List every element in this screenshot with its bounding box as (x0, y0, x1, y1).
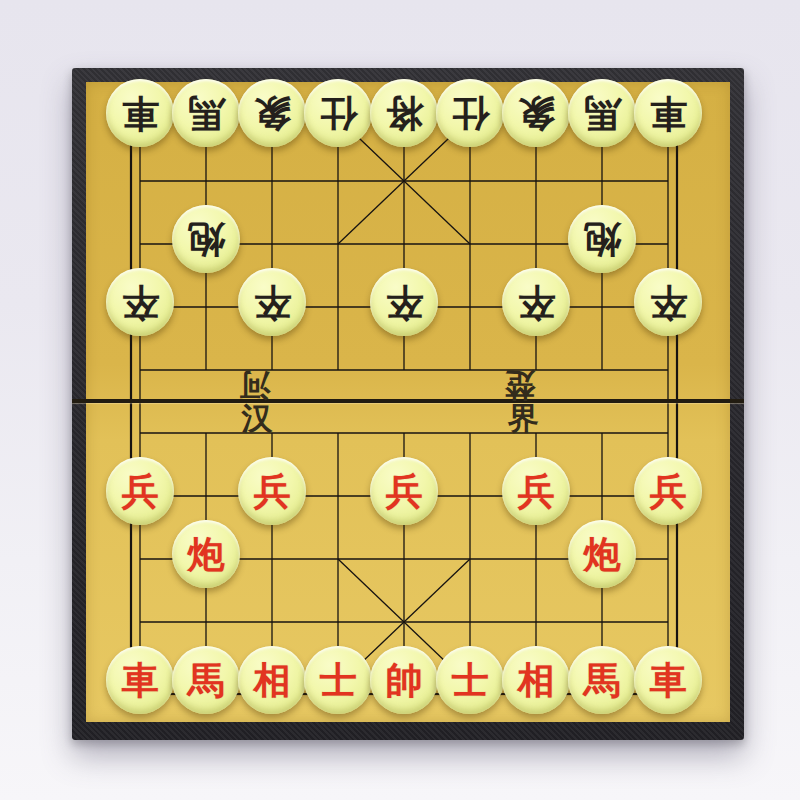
piece-black-cannon-left[interactable]: 炮 (172, 205, 240, 273)
red-advisor-glyph: 士 (452, 662, 489, 699)
piece-red-elephant-right[interactable]: 相 (502, 646, 570, 714)
piece-red-soldier-4[interactable]: 兵 (502, 457, 570, 525)
red-soldier-glyph: 兵 (122, 473, 159, 510)
board-fold-hinge (72, 399, 744, 403)
piece-black-soldier-3[interactable]: 卒 (370, 268, 438, 336)
red-soldier-glyph: 兵 (254, 473, 291, 510)
red-advisor-glyph: 士 (320, 662, 357, 699)
piece-red-horse-left[interactable]: 馬 (172, 646, 240, 714)
black-elephant-glyph: 象 (518, 95, 555, 132)
piece-black-chariot-right[interactable]: 車 (634, 79, 702, 147)
red-general-glyph: 帥 (386, 662, 423, 699)
black-chariot-glyph: 車 (650, 95, 687, 132)
black-chariot-glyph: 車 (122, 95, 159, 132)
red-cannon-glyph: 炮 (584, 536, 621, 573)
red-horse-glyph: 馬 (188, 662, 225, 699)
piece-black-general[interactable]: 将 (370, 79, 438, 147)
red-soldier-glyph: 兵 (518, 473, 555, 510)
red-elephant-glyph: 相 (254, 662, 291, 699)
red-chariot-glyph: 車 (650, 662, 687, 699)
black-soldier-glyph: 卒 (518, 284, 555, 321)
piece-black-advisor-left[interactable]: 仕 (304, 79, 372, 147)
black-general-glyph: 将 (386, 95, 423, 132)
piece-red-chariot-right[interactable]: 車 (634, 646, 702, 714)
black-elephant-glyph: 象 (254, 95, 291, 132)
piece-black-advisor-right[interactable]: 仕 (436, 79, 504, 147)
red-horse-glyph: 馬 (584, 662, 621, 699)
black-horse-glyph: 馬 (188, 95, 225, 132)
piece-red-advisor-right[interactable]: 士 (436, 646, 504, 714)
piece-red-elephant-left[interactable]: 相 (238, 646, 306, 714)
scene: 河 楚 汉 界 車馬象仕将仕象馬車炮炮卒卒卒卒卒兵兵兵兵兵炮炮車馬相士帥士相馬車 (0, 0, 800, 800)
piece-red-cannon-left[interactable]: 炮 (172, 520, 240, 588)
river-label-han: 汉 (237, 399, 277, 439)
piece-black-cannon-right[interactable]: 炮 (568, 205, 636, 273)
piece-red-soldier-5[interactable]: 兵 (634, 457, 702, 525)
piece-black-soldier-4[interactable]: 卒 (502, 268, 570, 336)
piece-red-soldier-1[interactable]: 兵 (106, 457, 174, 525)
piece-red-cannon-right[interactable]: 炮 (568, 520, 636, 588)
black-soldier-glyph: 卒 (650, 284, 687, 321)
red-chariot-glyph: 車 (122, 662, 159, 699)
black-advisor-glyph: 仕 (320, 95, 357, 132)
piece-red-soldier-2[interactable]: 兵 (238, 457, 306, 525)
black-cannon-glyph: 炮 (188, 221, 225, 258)
piece-red-advisor-left[interactable]: 士 (304, 646, 372, 714)
black-soldier-glyph: 卒 (254, 284, 291, 321)
red-elephant-glyph: 相 (518, 662, 555, 699)
piece-black-soldier-2[interactable]: 卒 (238, 268, 306, 336)
piece-red-horse-right[interactable]: 馬 (568, 646, 636, 714)
piece-black-elephant-right[interactable]: 象 (502, 79, 570, 147)
piece-black-soldier-5[interactable]: 卒 (634, 268, 702, 336)
piece-black-soldier-1[interactable]: 卒 (106, 268, 174, 336)
piece-black-horse-right[interactable]: 馬 (568, 79, 636, 147)
piece-red-general[interactable]: 帥 (370, 646, 438, 714)
black-soldier-glyph: 卒 (122, 284, 159, 321)
piece-red-soldier-3[interactable]: 兵 (370, 457, 438, 525)
piece-red-chariot-left[interactable]: 車 (106, 646, 174, 714)
piece-black-elephant-left[interactable]: 象 (238, 79, 306, 147)
red-soldier-glyph: 兵 (650, 473, 687, 510)
black-horse-glyph: 馬 (584, 95, 621, 132)
piece-black-chariot-left[interactable]: 車 (106, 79, 174, 147)
red-soldier-glyph: 兵 (386, 473, 423, 510)
river-label-jie: 界 (503, 399, 543, 439)
black-advisor-glyph: 仕 (452, 95, 489, 132)
black-cannon-glyph: 炮 (584, 221, 621, 258)
xiangqi-board (72, 68, 744, 740)
piece-black-horse-left[interactable]: 馬 (172, 79, 240, 147)
red-cannon-glyph: 炮 (188, 536, 225, 573)
black-soldier-glyph: 卒 (386, 284, 423, 321)
